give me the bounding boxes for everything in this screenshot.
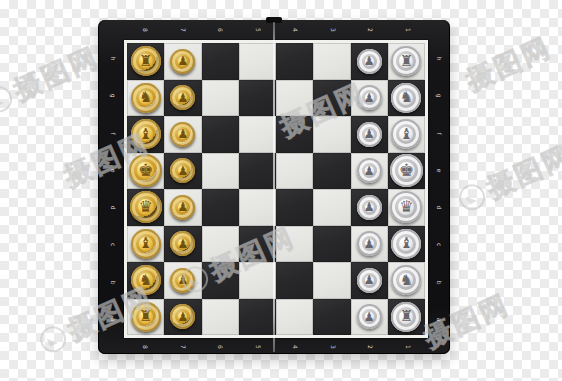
piece-silver-bishop[interactable]: ♝ — [391, 229, 421, 259]
square-f8[interactable]: ♝ — [127, 116, 164, 153]
piece-silver-pawn[interactable]: ♟ — [357, 122, 382, 147]
piece-gold-bishop[interactable]: ♝ — [131, 229, 161, 259]
chess-piece-glyph: ♜ — [139, 309, 152, 324]
watermark-logo-icon: ◣ — [36, 322, 70, 356]
chess-piece-glyph: ♟ — [177, 165, 188, 177]
chess-piece-glyph: ♞ — [400, 90, 413, 105]
watermark-text: 摄图网 — [461, 29, 558, 98]
watermark-text: 摄图网 — [481, 137, 562, 206]
square-c1[interactable]: ♝ — [388, 226, 425, 263]
watermark-text: 摄图网 — [8, 39, 105, 108]
rank-labels-top: 87654321 — [126, 27, 426, 33]
coordinate-label: e — [94, 168, 131, 172]
rank-labels-bottom: 87654321 — [126, 344, 426, 350]
square-h8[interactable]: ♜ — [127, 43, 164, 80]
square-b2[interactable]: ♟ — [351, 262, 388, 299]
piece-gold-pawn[interactable]: ♟ — [170, 122, 195, 147]
piece-silver-king[interactable]: ♚ — [390, 154, 423, 187]
coordinate-label: g — [420, 94, 457, 98]
piece-silver-rook[interactable]: ♜ — [391, 302, 421, 332]
watermark-logo-icon: ◣ — [455, 180, 489, 214]
square-d1[interactable]: ♛ — [388, 189, 425, 226]
square-g6[interactable] — [202, 80, 239, 117]
square-d6[interactable] — [202, 189, 239, 226]
square-d4[interactable] — [276, 189, 313, 226]
coordinate-label: g — [94, 94, 131, 98]
chess-piece-glyph: ♜ — [400, 309, 413, 324]
coordinate-label: f — [420, 131, 457, 135]
square-b8[interactable]: ♞ — [127, 262, 164, 299]
chess-piece-glyph: ♟ — [177, 201, 188, 213]
coordinate-label: c — [94, 243, 131, 247]
chess-piece-glyph: ♟ — [177, 128, 188, 140]
chess-piece-glyph: ♞ — [139, 90, 152, 105]
piece-gold-pawn[interactable]: ♟ — [170, 231, 195, 256]
piece-silver-bishop[interactable]: ♝ — [391, 119, 421, 149]
square-c4[interactable] — [276, 226, 313, 263]
piece-silver-rook[interactable]: ♜ — [391, 46, 421, 76]
fold-seam — [273, 22, 275, 352]
coordinate-label: f — [94, 131, 131, 135]
square-c8[interactable]: ♝ — [127, 226, 164, 263]
square-b6[interactable] — [202, 262, 239, 299]
chess-piece-glyph: ♟ — [364, 201, 375, 213]
stock-photo-canvas: 87654321 87654321 hgfedcba hgfedcba ♜♟♟♜… — [0, 0, 562, 381]
chess-piece-glyph: ♜ — [139, 54, 152, 69]
chess-board: 87654321 87654321 hgfedcba hgfedcba ♜♟♟♜… — [98, 20, 450, 354]
chess-piece-glyph: ♝ — [139, 236, 152, 251]
piece-gold-pawn[interactable]: ♟ — [170, 304, 195, 329]
square-f5[interactable] — [239, 116, 276, 153]
chess-piece-glyph: ♝ — [400, 236, 413, 251]
square-b3[interactable] — [313, 262, 350, 299]
square-g8[interactable]: ♞ — [127, 80, 164, 117]
square-g4[interactable] — [276, 80, 313, 117]
piece-gold-pawn[interactable]: ♟ — [170, 268, 195, 293]
chess-piece-glyph: ♝ — [139, 127, 152, 142]
chess-piece-glyph: ♚ — [399, 162, 414, 179]
chess-piece-glyph: ♟ — [177, 311, 188, 323]
square-g5[interactable] — [239, 80, 276, 117]
square-g3[interactable] — [313, 80, 350, 117]
square-e1[interactable]: ♚ — [388, 153, 425, 190]
square-d5[interactable] — [239, 189, 276, 226]
coordinate-label: a — [420, 317, 457, 321]
coordinate-label: b — [420, 280, 457, 284]
piece-silver-pawn[interactable]: ♟ — [357, 231, 382, 256]
chess-piece-glyph: ♚ — [138, 162, 153, 179]
square-g1[interactable]: ♞ — [388, 80, 425, 117]
square-e7[interactable]: ♟ — [164, 153, 201, 190]
square-c7[interactable]: ♟ — [164, 226, 201, 263]
square-b7[interactable]: ♟ — [164, 262, 201, 299]
coordinate-label: 8 — [142, 11, 148, 49]
coordinate-label: 2 — [367, 11, 373, 49]
piece-gold-rook[interactable]: ♜ — [131, 46, 161, 76]
coordinate-label: 8 — [142, 328, 148, 366]
coordinate-label: 4 — [292, 11, 298, 49]
piece-gold-rook[interactable]: ♜ — [131, 302, 161, 332]
piece-silver-pawn[interactable]: ♟ — [357, 85, 382, 110]
piece-gold-pawn[interactable]: ♟ — [170, 195, 195, 220]
square-f7[interactable]: ♟ — [164, 116, 201, 153]
board-sheet: ♜♟♟♜♞♟♟♞♝♟♟♝♚♟♟♚♛♟♟♛♝♟♟♝♞♟♟♞♜♟♟♜ — [124, 40, 428, 338]
watermark-tile: ◣摄图网 — [453, 137, 562, 219]
square-c3[interactable] — [313, 226, 350, 263]
square-h7[interactable]: ♟ — [164, 43, 201, 80]
chess-piece-glyph: ♟ — [177, 274, 188, 286]
square-e3[interactable] — [313, 153, 350, 190]
chess-piece-glyph: ♞ — [400, 273, 413, 288]
piece-gold-king[interactable]: ♚ — [129, 154, 162, 187]
square-f3[interactable] — [313, 116, 350, 153]
piece-silver-knight[interactable]: ♞ — [391, 83, 421, 113]
coordinate-label: 7 — [179, 11, 185, 49]
square-f2[interactable]: ♟ — [351, 116, 388, 153]
chess-piece-glyph: ♟ — [364, 92, 375, 104]
coordinate-label: 1 — [404, 328, 410, 366]
chess-piece-glyph: ♟ — [177, 238, 188, 250]
watermark-logo-icon: ◣ — [0, 82, 16, 116]
chess-piece-glyph: ♜ — [400, 54, 413, 69]
watermark-tile: ◣摄图网 — [0, 39, 105, 121]
piece-silver-pawn[interactable]: ♟ — [357, 304, 382, 329]
coordinate-label: h — [420, 57, 457, 61]
chess-piece-glyph: ♛ — [138, 199, 152, 215]
coordinate-label: d — [420, 206, 457, 210]
square-e2[interactable]: ♟ — [351, 153, 388, 190]
square-e5[interactable] — [239, 153, 276, 190]
coordinate-label: d — [94, 206, 131, 210]
square-b5[interactable] — [239, 262, 276, 299]
square-d7[interactable]: ♟ — [164, 189, 201, 226]
piece-silver-pawn[interactable]: ♟ — [357, 158, 382, 183]
piece-gold-pawn[interactable]: ♟ — [170, 85, 195, 110]
piece-gold-knight[interactable]: ♞ — [131, 83, 161, 113]
coordinate-label: 3 — [329, 328, 335, 366]
watermark-tile: 摄图网 — [461, 29, 558, 98]
chess-piece-glyph: ♟ — [364, 55, 375, 67]
piece-gold-knight[interactable]: ♞ — [131, 265, 161, 295]
file-labels-right: hgfedcba — [437, 40, 441, 338]
square-h2[interactable]: ♟ — [351, 43, 388, 80]
square-f6[interactable] — [202, 116, 239, 153]
square-e6[interactable] — [202, 153, 239, 190]
square-h1[interactable]: ♜ — [388, 43, 425, 80]
coordinate-label: 2 — [367, 328, 373, 366]
piece-gold-pawn[interactable]: ♟ — [170, 158, 195, 183]
coordinate-label: 5 — [254, 11, 260, 49]
chess-piece-glyph: ♟ — [364, 128, 375, 140]
chess-piece-glyph: ♟ — [364, 238, 375, 250]
chess-piece-glyph: ♟ — [177, 55, 188, 67]
chess-piece-glyph: ♛ — [399, 199, 413, 215]
coordinate-label: h — [94, 57, 131, 61]
piece-silver-queen[interactable]: ♛ — [390, 191, 422, 223]
square-b1[interactable]: ♞ — [388, 262, 425, 299]
coordinate-label: 5 — [254, 328, 260, 366]
square-d2[interactable]: ♟ — [351, 189, 388, 226]
board-grid: ♜♟♟♜♞♟♟♞♝♟♟♝♚♟♟♚♛♟♟♛♝♟♟♝♞♟♟♞♜♟♟♜ — [127, 43, 425, 335]
square-b4[interactable] — [276, 262, 313, 299]
chess-piece-glyph: ♟ — [364, 311, 375, 323]
coordinate-label: 6 — [217, 328, 223, 366]
file-labels-left: hgfedcba — [111, 40, 115, 338]
square-a8[interactable]: ♜ — [127, 299, 164, 336]
coordinate-label: b — [94, 280, 131, 284]
coordinate-label: 6 — [217, 11, 223, 49]
chess-piece-glyph: ♞ — [139, 273, 152, 288]
coordinate-label: c — [420, 243, 457, 247]
square-g7[interactable]: ♟ — [164, 80, 201, 117]
piece-gold-pawn[interactable]: ♟ — [170, 49, 195, 74]
square-a1[interactable]: ♜ — [388, 299, 425, 336]
square-e4[interactable] — [276, 153, 313, 190]
piece-silver-pawn[interactable]: ♟ — [357, 49, 382, 74]
chess-piece-glyph: ♝ — [400, 127, 413, 142]
square-c2[interactable]: ♟ — [351, 226, 388, 263]
coordinate-label: e — [420, 168, 457, 172]
square-e8[interactable]: ♚ — [127, 153, 164, 190]
square-d3[interactable] — [313, 189, 350, 226]
chess-piece-glyph: ♟ — [364, 274, 375, 286]
piece-gold-queen[interactable]: ♛ — [130, 191, 162, 223]
piece-gold-bishop[interactable]: ♝ — [131, 119, 161, 149]
coordinate-label: 3 — [329, 11, 335, 49]
piece-silver-knight[interactable]: ♞ — [391, 265, 421, 295]
coordinate-label: 7 — [179, 328, 185, 366]
square-d8[interactable]: ♛ — [127, 189, 164, 226]
square-f1[interactable]: ♝ — [388, 116, 425, 153]
square-c5[interactable] — [239, 226, 276, 263]
piece-silver-pawn[interactable]: ♟ — [357, 268, 382, 293]
coordinate-label: 4 — [292, 328, 298, 366]
coordinate-label: a — [94, 317, 131, 321]
chess-piece-glyph: ♟ — [364, 165, 375, 177]
square-f4[interactable] — [276, 116, 313, 153]
piece-silver-pawn[interactable]: ♟ — [357, 195, 382, 220]
square-c6[interactable] — [202, 226, 239, 263]
square-g2[interactable]: ♟ — [351, 80, 388, 117]
coordinate-label: 1 — [404, 11, 410, 49]
chess-piece-glyph: ♟ — [177, 92, 188, 104]
